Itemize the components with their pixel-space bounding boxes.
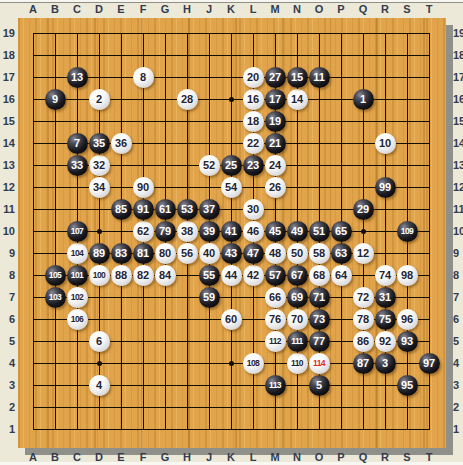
coord-label-right-14: 14 — [451, 137, 463, 149]
coord-label-top-E: E — [110, 3, 132, 15]
coord-label-bottom-F: F — [132, 451, 154, 463]
stone-O3[interactable]: 5 — [309, 375, 330, 396]
coord-label-right-19: 19 — [451, 27, 463, 39]
coord-label-right-6: 6 — [451, 313, 463, 325]
coord-label-top-F: F — [132, 3, 154, 15]
stone-K6[interactable]: 60 — [221, 309, 242, 330]
stone-D13[interactable]: 32 — [89, 155, 110, 176]
stone-E9[interactable]: 83 — [111, 243, 132, 264]
coord-label-right-1: 1 — [451, 423, 463, 435]
stone-F8[interactable]: 82 — [133, 265, 154, 286]
coord-label-right-4: 4 — [451, 357, 463, 369]
coord-label-left-13: 13 — [0, 159, 15, 171]
coord-label-left-14: 14 — [0, 137, 15, 149]
stone-O17[interactable]: 11 — [309, 67, 330, 88]
stone-N7[interactable]: 69 — [287, 287, 308, 308]
stone-L16[interactable]: 16 — [243, 89, 264, 110]
coord-label-bottom-Q: Q — [352, 451, 374, 463]
stone-R14[interactable]: 10 — [375, 133, 396, 154]
stone-L15[interactable]: 18 — [243, 111, 264, 132]
stone-M3[interactable]: 113 — [265, 375, 286, 396]
stone-L14[interactable]: 22 — [243, 133, 264, 154]
coord-label-bottom-A: A — [22, 451, 44, 463]
coord-label-bottom-D: D — [88, 451, 110, 463]
coord-label-left-19: 19 — [0, 27, 15, 39]
star-point-D10 — [97, 229, 102, 234]
stone-O5[interactable]: 77 — [309, 331, 330, 352]
stone-D5[interactable]: 6 — [89, 331, 110, 352]
stone-C10[interactable]: 107 — [67, 221, 88, 242]
coord-label-bottom-R: R — [374, 451, 396, 463]
coord-label-top-Q: Q — [352, 3, 374, 15]
coord-label-top-B: B — [44, 3, 66, 15]
stone-R12[interactable]: 99 — [375, 177, 396, 198]
coord-label-top-P: P — [330, 3, 352, 15]
coord-label-left-2: 2 — [0, 401, 15, 413]
coord-label-right-11: 11 — [451, 203, 463, 215]
stone-Q9[interactable]: 12 — [353, 243, 374, 264]
stone-N10[interactable]: 49 — [287, 221, 308, 242]
coord-label-top-L: L — [242, 3, 264, 15]
coord-label-right-10: 10 — [451, 225, 463, 237]
stone-R5[interactable]: 92 — [375, 331, 396, 352]
coord-label-bottom-M: M — [264, 451, 286, 463]
stone-L9[interactable]: 47 — [243, 243, 264, 264]
stone-L4[interactable]: 108 — [243, 353, 264, 374]
stone-D3[interactable]: 4 — [89, 375, 110, 396]
star-point-K16 — [229, 97, 234, 102]
stone-K13[interactable]: 25 — [221, 155, 242, 176]
stone-C14[interactable]: 7 — [67, 133, 88, 154]
stone-H16[interactable]: 28 — [177, 89, 198, 110]
stone-S8[interactable]: 98 — [397, 265, 418, 286]
stone-J11[interactable]: 37 — [199, 199, 220, 220]
stone-K8[interactable]: 44 — [221, 265, 242, 286]
coord-label-left-7: 7 — [0, 291, 15, 303]
stone-O9[interactable]: 58 — [309, 243, 330, 264]
coord-label-left-3: 3 — [0, 379, 15, 391]
coord-label-bottom-H: H — [176, 451, 198, 463]
coord-label-bottom-B: B — [44, 451, 66, 463]
stone-M12[interactable]: 26 — [265, 177, 286, 198]
coord-label-right-5: 5 — [451, 335, 463, 347]
stone-C17[interactable]: 13 — [67, 67, 88, 88]
stone-N5[interactable]: 111 — [287, 331, 308, 352]
stone-Q4[interactable]: 87 — [353, 353, 374, 374]
stone-J9[interactable]: 40 — [199, 243, 220, 264]
stone-C9[interactable]: 104 — [67, 243, 88, 264]
coord-label-left-12: 12 — [0, 181, 15, 193]
stone-S10[interactable]: 109 — [397, 221, 418, 242]
coord-label-bottom-C: C — [66, 451, 88, 463]
stone-F9[interactable]: 81 — [133, 243, 154, 264]
coord-label-top-S: S — [396, 3, 418, 15]
stone-D14[interactable]: 35 — [89, 133, 110, 154]
stone-L17[interactable]: 20 — [243, 67, 264, 88]
coord-label-bottom-O: O — [308, 451, 330, 463]
stone-C8[interactable]: 101 — [67, 265, 88, 286]
coord-label-top-G: G — [154, 3, 176, 15]
coord-label-top-A: A — [22, 3, 44, 15]
stone-F17[interactable]: 8 — [133, 67, 154, 88]
stone-T4[interactable]: 97 — [419, 353, 440, 374]
coord-label-bottom-J: J — [198, 451, 220, 463]
coord-label-left-5: 5 — [0, 335, 15, 347]
coord-label-right-7: 7 — [451, 291, 463, 303]
stone-G10[interactable]: 79 — [155, 221, 176, 242]
stone-C7[interactable]: 102 — [67, 287, 88, 308]
stone-H11[interactable]: 53 — [177, 199, 198, 220]
stone-N8[interactable]: 67 — [287, 265, 308, 286]
stone-D12[interactable]: 34 — [89, 177, 110, 198]
stone-L8[interactable]: 42 — [243, 265, 264, 286]
stone-O4[interactable]: 114 — [309, 353, 330, 374]
coord-label-right-18: 18 — [451, 49, 463, 61]
stone-Q16[interactable]: 1 — [353, 89, 374, 110]
stone-N16[interactable]: 14 — [287, 89, 308, 110]
coord-label-top-N: N — [286, 3, 308, 15]
coord-label-right-17: 17 — [451, 71, 463, 83]
stone-N9[interactable]: 50 — [287, 243, 308, 264]
stone-M15[interactable]: 19 — [265, 111, 286, 132]
stone-N4[interactable]: 110 — [287, 353, 308, 374]
coord-label-right-13: 13 — [451, 159, 463, 171]
stone-C13[interactable]: 33 — [67, 155, 88, 176]
stone-L13[interactable]: 23 — [243, 155, 264, 176]
coord-label-top-T: T — [418, 3, 440, 15]
stone-Q7[interactable]: 72 — [353, 287, 374, 308]
stone-Q11[interactable]: 29 — [353, 199, 374, 220]
stone-R7[interactable]: 31 — [375, 287, 396, 308]
stone-M6[interactable]: 76 — [265, 309, 286, 330]
stone-N17[interactable]: 15 — [287, 67, 308, 88]
stone-K12[interactable]: 54 — [221, 177, 242, 198]
coord-label-top-D: D — [88, 3, 110, 15]
stone-G8[interactable]: 84 — [155, 265, 176, 286]
stone-O7[interactable]: 71 — [309, 287, 330, 308]
stone-N6[interactable]: 70 — [287, 309, 308, 330]
coord-label-bottom-T: T — [418, 451, 440, 463]
stone-M13[interactable]: 24 — [265, 155, 286, 176]
coord-label-left-15: 15 — [0, 115, 15, 127]
stone-R8[interactable]: 74 — [375, 265, 396, 286]
stone-J10[interactable]: 39 — [199, 221, 220, 242]
stone-M17[interactable]: 27 — [265, 67, 286, 88]
coord-label-left-9: 9 — [0, 247, 15, 259]
stone-K9[interactable]: 43 — [221, 243, 242, 264]
stone-F10[interactable]: 62 — [133, 221, 154, 242]
stone-S3[interactable]: 95 — [397, 375, 418, 396]
stone-P8[interactable]: 64 — [331, 265, 352, 286]
stone-B7[interactable]: 103 — [45, 287, 66, 308]
stone-H9[interactable]: 56 — [177, 243, 198, 264]
stone-O10[interactable]: 51 — [309, 221, 330, 242]
stone-O6[interactable]: 73 — [309, 309, 330, 330]
stone-F12[interactable]: 90 — [133, 177, 154, 198]
stone-M8[interactable]: 57 — [265, 265, 286, 286]
coord-label-bottom-P: P — [330, 451, 352, 463]
stone-B8[interactable]: 105 — [45, 265, 66, 286]
coord-label-right-2: 2 — [451, 401, 463, 413]
stone-D9[interactable]: 89 — [89, 243, 110, 264]
stone-R4[interactable]: 3 — [375, 353, 396, 374]
stone-M5[interactable]: 112 — [265, 331, 286, 352]
stone-M9[interactable]: 48 — [265, 243, 286, 264]
coord-label-right-12: 12 — [451, 181, 463, 193]
stone-L10[interactable]: 46 — [243, 221, 264, 242]
stone-P10[interactable]: 65 — [331, 221, 352, 242]
coord-label-bottom-G: G — [154, 451, 176, 463]
stone-S6[interactable]: 96 — [397, 309, 418, 330]
coord-label-left-18: 18 — [0, 49, 15, 61]
stone-D8[interactable]: 100 — [89, 265, 110, 286]
coord-label-top-K: K — [220, 3, 242, 15]
stone-S5[interactable]: 93 — [397, 331, 418, 352]
coord-label-left-17: 17 — [0, 71, 15, 83]
star-point-K4 — [229, 361, 234, 366]
coord-label-right-3: 3 — [451, 379, 463, 391]
coord-label-bottom-K: K — [220, 451, 242, 463]
star-point-D4 — [97, 361, 102, 366]
stone-P9[interactable]: 63 — [331, 243, 352, 264]
coord-label-right-15: 15 — [451, 115, 463, 127]
coord-label-top-H: H — [176, 3, 198, 15]
stone-B16[interactable]: 9 — [45, 89, 66, 110]
stone-J13[interactable]: 52 — [199, 155, 220, 176]
coord-label-top-R: R — [374, 3, 396, 15]
star-point-Q10 — [361, 229, 366, 234]
coord-label-top-J: J — [198, 3, 220, 15]
stone-O8[interactable]: 68 — [309, 265, 330, 286]
stone-E14[interactable]: 36 — [111, 133, 132, 154]
stone-M16[interactable]: 17 — [265, 89, 286, 110]
coord-label-left-8: 8 — [0, 269, 15, 281]
stone-H10[interactable]: 38 — [177, 221, 198, 242]
stone-E8[interactable]: 88 — [111, 265, 132, 286]
stone-G9[interactable]: 80 — [155, 243, 176, 264]
stone-R6[interactable]: 75 — [375, 309, 396, 330]
stone-K10[interactable]: 41 — [221, 221, 242, 242]
coord-label-left-4: 4 — [0, 357, 15, 369]
coord-label-right-8: 8 — [451, 269, 463, 281]
go-app-window: AABBCCDDEEFFGGHHJJKKLLMMNNOOPPQQRRSSTT19… — [0, 0, 463, 465]
stone-Q6[interactable]: 78 — [353, 309, 374, 330]
coord-label-top-C: C — [66, 3, 88, 15]
coord-label-bottom-L: L — [242, 451, 264, 463]
coord-label-bottom-S: S — [396, 451, 418, 463]
coord-label-bottom-N: N — [286, 451, 308, 463]
stone-F11[interactable]: 91 — [133, 199, 154, 220]
stone-M7[interactable]: 66 — [265, 287, 286, 308]
coord-label-top-M: M — [264, 3, 286, 15]
coord-label-top-O: O — [308, 3, 330, 15]
stone-G11[interactable]: 61 — [155, 199, 176, 220]
coord-label-bottom-E: E — [110, 451, 132, 463]
coord-label-right-16: 16 — [451, 93, 463, 105]
stone-Q5[interactable]: 86 — [353, 331, 374, 352]
stone-D16[interactable]: 2 — [89, 89, 110, 110]
coord-label-left-1: 1 — [0, 423, 15, 435]
stone-J7[interactable]: 59 — [199, 287, 220, 308]
coord-label-left-6: 6 — [0, 313, 15, 325]
stone-J8[interactable]: 55 — [199, 265, 220, 286]
coord-label-left-16: 16 — [0, 93, 15, 105]
coord-label-right-9: 9 — [451, 247, 463, 259]
stone-M14[interactable]: 21 — [265, 133, 286, 154]
stone-E11[interactable]: 85 — [111, 199, 132, 220]
coord-label-left-11: 11 — [0, 203, 15, 215]
coord-label-left-10: 10 — [0, 225, 15, 237]
stone-M10[interactable]: 45 — [265, 221, 286, 242]
stone-L11[interactable]: 30 — [243, 199, 264, 220]
stone-C6[interactable]: 106 — [67, 309, 88, 330]
